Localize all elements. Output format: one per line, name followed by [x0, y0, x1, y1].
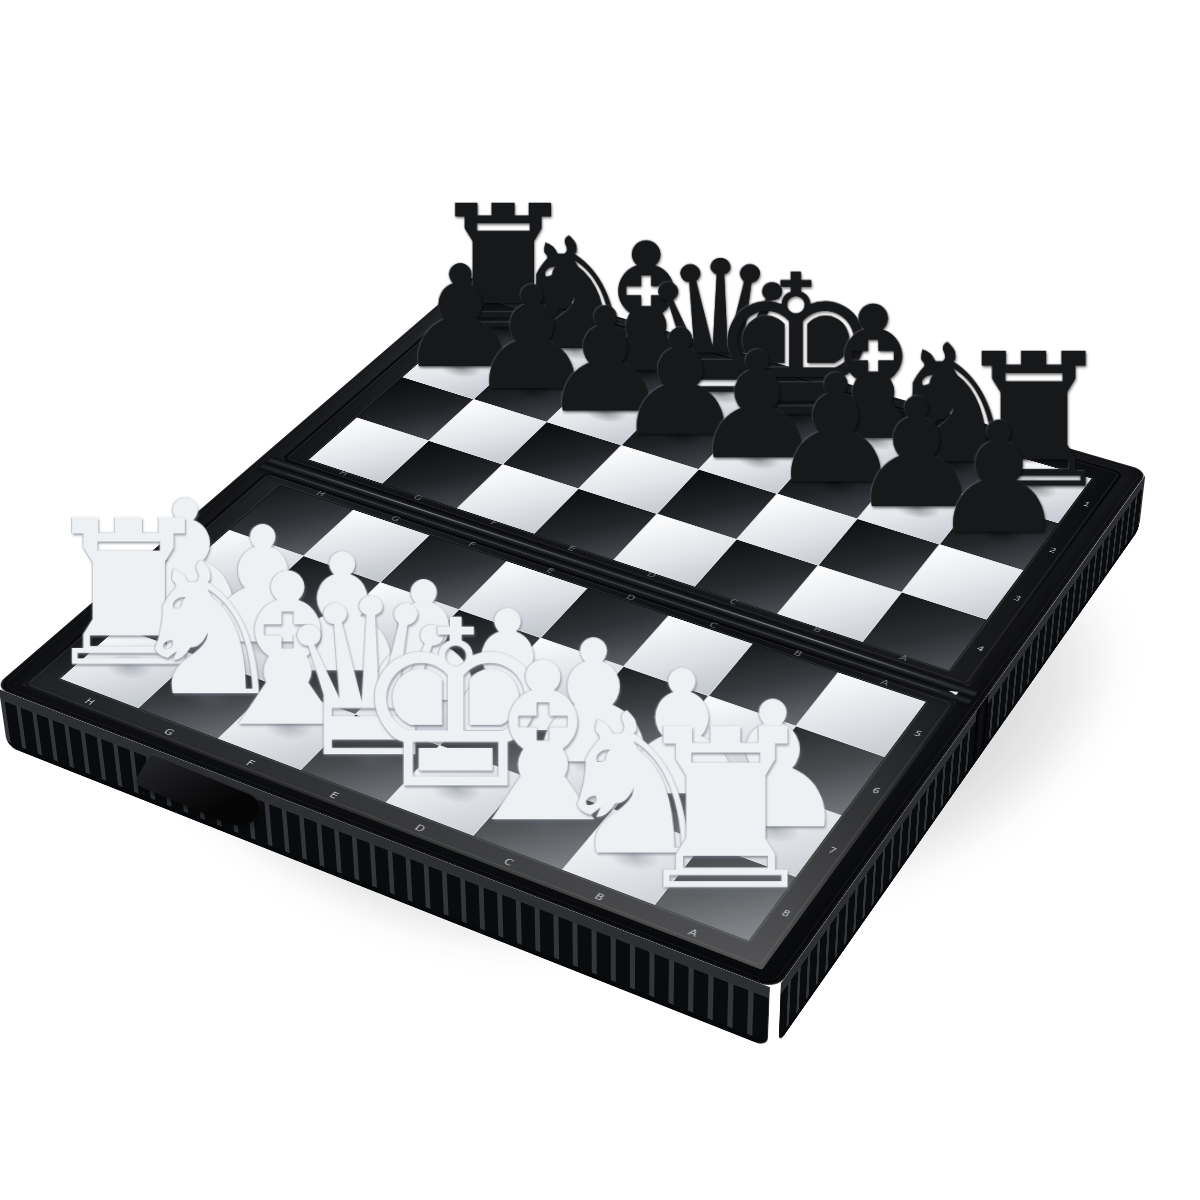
scene: HGFEDCBA 1234 ◄ HGFEDCBA HGFEDCBA 5678 ♜…: [0, 0, 1200, 1200]
product-photo-stage: HGFEDCBA 1234 ◄ HGFEDCBA HGFEDCBA 5678 ♜…: [0, 0, 1200, 1200]
white-rook-glyph: ♜: [627, 701, 825, 921]
chess-board: HGFEDCBA 1234 ◄ HGFEDCBA HGFEDCBA 5678 ♜…: [0, 274, 1148, 989]
